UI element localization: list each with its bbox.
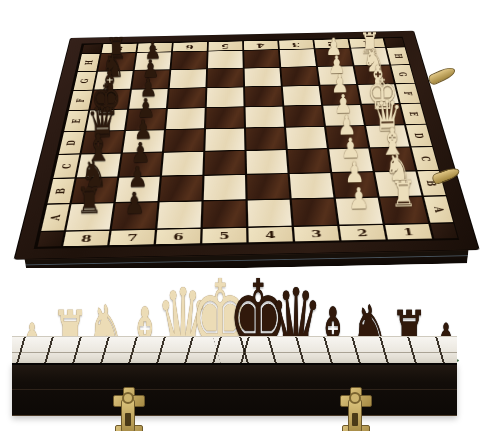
chessboard: 87654321H♜♟♟♜HG♞♟♟♞GF♝♟♟♝FE♚♟♟♚ED♛♟♟♛DC♝… bbox=[14, 31, 480, 260]
square-d4 bbox=[246, 128, 286, 150]
square-e4 bbox=[246, 107, 284, 128]
square-c3 bbox=[288, 149, 330, 173]
frame-corner bbox=[82, 44, 102, 53]
square-c5 bbox=[205, 151, 245, 175]
square-c4 bbox=[247, 150, 288, 174]
square-b3 bbox=[290, 173, 334, 198]
box-seam-line bbox=[12, 389, 457, 390]
square-h5 bbox=[208, 51, 243, 69]
square-b4 bbox=[247, 174, 289, 199]
coord-file-d-right: D bbox=[406, 125, 432, 147]
board-frame: 87654321H♜♟♟♜HG♞♟♟♞GF♝♟♟♝FE♚♟♟♚ED♛♟♟♛DC♝… bbox=[14, 31, 480, 260]
square-a4 bbox=[248, 200, 292, 227]
square-f5 bbox=[207, 87, 244, 107]
square-d5 bbox=[205, 129, 244, 151]
square-a2: ♟ bbox=[336, 198, 383, 225]
open-board-photo: 87654321H♜♟♟♜HG♞♟♟♞GF♝♟♟♝FE♚♟♟♚ED♛♟♟♛DC♝… bbox=[0, 0, 480, 268]
board-ring: 87654321H♜♟♟♜HG♞♟♟♞GF♝♟♟♝FE♚♟♟♚ED♛♟♟♛DC♝… bbox=[34, 37, 460, 249]
square-e6 bbox=[166, 108, 205, 129]
square-g5 bbox=[207, 69, 243, 88]
coord-file-h-right: H bbox=[387, 47, 409, 64]
coord-file-d-left: D bbox=[59, 132, 84, 154]
square-a3 bbox=[292, 199, 337, 226]
square-a5 bbox=[203, 201, 246, 228]
box-top-edge bbox=[12, 336, 457, 363]
coord-file-a-right: A bbox=[424, 196, 453, 222]
square-h4 bbox=[244, 50, 279, 68]
square-f6 bbox=[168, 88, 206, 108]
box-latch-left-icon bbox=[107, 387, 149, 431]
frame-corner bbox=[431, 224, 458, 239]
coord-rank-5-far: 5 bbox=[209, 41, 243, 50]
square-f4 bbox=[245, 87, 282, 107]
square-g3 bbox=[281, 67, 318, 86]
square-h6 bbox=[171, 52, 206, 70]
square-a8: ♜ bbox=[66, 203, 113, 230]
box-top-grid-lines-right bbox=[211, 336, 457, 363]
square-g4 bbox=[245, 68, 281, 87]
coord-rank-4-far: 4 bbox=[244, 41, 278, 50]
black-pawn-a7: ♟ bbox=[124, 188, 146, 218]
coord-file-a-left: A bbox=[41, 204, 69, 231]
coord-file-c-right: C bbox=[412, 147, 439, 170]
black-rook-a8: ♜ bbox=[76, 183, 103, 219]
coord-rank-3-far: 3 bbox=[279, 40, 314, 49]
square-a6 bbox=[157, 202, 201, 229]
coord-rank-2-near: 2 bbox=[340, 225, 386, 240]
white-pawn-a2: ♟ bbox=[348, 184, 370, 214]
square-b6 bbox=[160, 176, 203, 201]
closed-box bbox=[12, 336, 457, 416]
square-a1: ♜ bbox=[380, 197, 428, 224]
frame-corner bbox=[385, 38, 405, 47]
closed-box-photo: ♟♜♞♝♛♚♚♛♝♞♜♟ bbox=[0, 270, 480, 431]
square-e3 bbox=[284, 106, 324, 127]
square-b5 bbox=[204, 175, 246, 200]
square-h3 bbox=[280, 49, 316, 67]
box-front-panel bbox=[12, 363, 457, 416]
coord-rank-1-near: 1 bbox=[385, 224, 432, 239]
square-c6 bbox=[162, 152, 203, 176]
chess-set-product-photo: 87654321H♜♟♟♜HG♞♟♟♞GF♝♟♟♝FE♚♟♟♚ED♛♟♟♛DC♝… bbox=[0, 0, 480, 431]
square-e5 bbox=[206, 107, 244, 128]
square-g6 bbox=[170, 69, 206, 88]
coord-rank-6-far: 6 bbox=[173, 42, 207, 51]
square-a7: ♟ bbox=[112, 202, 158, 229]
white-rook-a1: ♜ bbox=[390, 176, 417, 212]
square-d6 bbox=[164, 129, 204, 151]
square-d3 bbox=[286, 127, 327, 149]
brass-hook-upper-icon bbox=[427, 65, 457, 86]
box-latch-right-icon bbox=[334, 387, 376, 431]
coord-file-b-left: B bbox=[48, 179, 75, 204]
coord-file-c-left: C bbox=[53, 155, 79, 178]
square-f3 bbox=[283, 86, 321, 106]
